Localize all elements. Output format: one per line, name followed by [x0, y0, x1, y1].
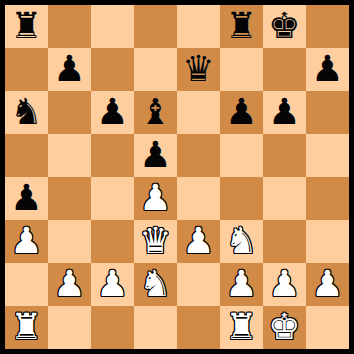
square-g7[interactable]	[263, 48, 306, 91]
square-c3[interactable]	[91, 220, 134, 263]
square-d8[interactable]	[134, 5, 177, 48]
white-pawn-d4[interactable]: ♟	[139, 180, 171, 216]
white-pawn-b2[interactable]: ♟	[53, 266, 85, 302]
square-c2[interactable]: ♟	[91, 263, 134, 306]
square-a3[interactable]: ♟	[5, 220, 48, 263]
black-pawn-d5[interactable]: ♟	[139, 137, 171, 173]
square-f2[interactable]: ♟	[220, 263, 263, 306]
white-pawn-a3[interactable]: ♟	[10, 223, 42, 259]
black-rook-f8[interactable]: ♜	[225, 8, 257, 44]
square-b6[interactable]	[48, 91, 91, 134]
square-c5[interactable]	[91, 134, 134, 177]
square-b3[interactable]	[48, 220, 91, 263]
square-g4[interactable]	[263, 177, 306, 220]
square-a5[interactable]	[5, 134, 48, 177]
square-h1[interactable]	[306, 306, 349, 349]
square-g6[interactable]: ♟	[263, 91, 306, 134]
square-h6[interactable]	[306, 91, 349, 134]
square-a6[interactable]: ♞	[5, 91, 48, 134]
white-pawn-g2[interactable]: ♟	[268, 266, 300, 302]
square-f5[interactable]	[220, 134, 263, 177]
square-b7[interactable]: ♟	[48, 48, 91, 91]
black-rook-a8[interactable]: ♜	[10, 8, 42, 44]
black-king-g8[interactable]: ♚	[268, 8, 300, 44]
square-b4[interactable]	[48, 177, 91, 220]
square-a8[interactable]: ♜	[5, 5, 48, 48]
square-f7[interactable]	[220, 48, 263, 91]
white-knight-f3[interactable]: ♞	[225, 223, 257, 259]
square-d4[interactable]: ♟	[134, 177, 177, 220]
square-c4[interactable]	[91, 177, 134, 220]
square-e7[interactable]: ♛	[177, 48, 220, 91]
square-c8[interactable]	[91, 5, 134, 48]
square-f1[interactable]: ♜	[220, 306, 263, 349]
square-e8[interactable]	[177, 5, 220, 48]
square-e2[interactable]	[177, 263, 220, 306]
square-e6[interactable]	[177, 91, 220, 134]
square-d3[interactable]: ♛	[134, 220, 177, 263]
black-pawn-h7[interactable]: ♟	[311, 51, 343, 87]
square-g5[interactable]	[263, 134, 306, 177]
white-king-g1[interactable]: ♚	[268, 309, 300, 345]
black-bishop-d6[interactable]: ♝	[139, 94, 171, 130]
square-c1[interactable]	[91, 306, 134, 349]
black-pawn-b7[interactable]: ♟	[53, 51, 85, 87]
black-queen-e7[interactable]: ♛	[182, 51, 214, 87]
square-h4[interactable]	[306, 177, 349, 220]
square-c6[interactable]: ♟	[91, 91, 134, 134]
square-d5[interactable]: ♟	[134, 134, 177, 177]
square-e3[interactable]: ♟	[177, 220, 220, 263]
white-knight-d2[interactable]: ♞	[139, 266, 171, 302]
square-d1[interactable]	[134, 306, 177, 349]
square-a2[interactable]	[5, 263, 48, 306]
square-g1[interactable]: ♚	[263, 306, 306, 349]
black-knight-a6[interactable]: ♞	[10, 94, 42, 130]
square-g3[interactable]	[263, 220, 306, 263]
square-f8[interactable]: ♜	[220, 5, 263, 48]
square-d7[interactable]	[134, 48, 177, 91]
square-b2[interactable]: ♟	[48, 263, 91, 306]
square-f3[interactable]: ♞	[220, 220, 263, 263]
black-pawn-a4[interactable]: ♟	[10, 180, 42, 216]
white-pawn-f2[interactable]: ♟	[225, 266, 257, 302]
square-h3[interactable]	[306, 220, 349, 263]
chess-board-frame: ♜♜♚♟♛♟♞♟♝♟♟♟♟♟♟♛♟♞♟♟♞♟♟♟♜♜♚	[0, 0, 354, 354]
white-pawn-h2[interactable]: ♟	[311, 266, 343, 302]
square-d2[interactable]: ♞	[134, 263, 177, 306]
white-pawn-e3[interactable]: ♟	[182, 223, 214, 259]
white-pawn-c2[interactable]: ♟	[96, 266, 128, 302]
square-f4[interactable]	[220, 177, 263, 220]
black-pawn-f6[interactable]: ♟	[225, 94, 257, 130]
square-g2[interactable]: ♟	[263, 263, 306, 306]
square-h8[interactable]	[306, 5, 349, 48]
square-c7[interactable]	[91, 48, 134, 91]
square-a4[interactable]: ♟	[5, 177, 48, 220]
square-h7[interactable]: ♟	[306, 48, 349, 91]
square-e5[interactable]	[177, 134, 220, 177]
white-rook-f1[interactable]: ♜	[225, 309, 257, 345]
chess-board: ♜♜♚♟♛♟♞♟♝♟♟♟♟♟♟♛♟♞♟♟♞♟♟♟♜♜♚	[5, 5, 349, 349]
square-a7[interactable]	[5, 48, 48, 91]
square-e1[interactable]	[177, 306, 220, 349]
square-g8[interactable]: ♚	[263, 5, 306, 48]
black-pawn-g6[interactable]: ♟	[268, 94, 300, 130]
square-f6[interactable]: ♟	[220, 91, 263, 134]
square-h2[interactable]: ♟	[306, 263, 349, 306]
square-a1[interactable]: ♜	[5, 306, 48, 349]
square-b8[interactable]	[48, 5, 91, 48]
black-pawn-c6[interactable]: ♟	[96, 94, 128, 130]
white-rook-a1[interactable]: ♜	[10, 309, 42, 345]
square-b1[interactable]	[48, 306, 91, 349]
square-h5[interactable]	[306, 134, 349, 177]
white-queen-d3[interactable]: ♛	[139, 223, 171, 259]
square-d6[interactable]: ♝	[134, 91, 177, 134]
square-e4[interactable]	[177, 177, 220, 220]
square-b5[interactable]	[48, 134, 91, 177]
